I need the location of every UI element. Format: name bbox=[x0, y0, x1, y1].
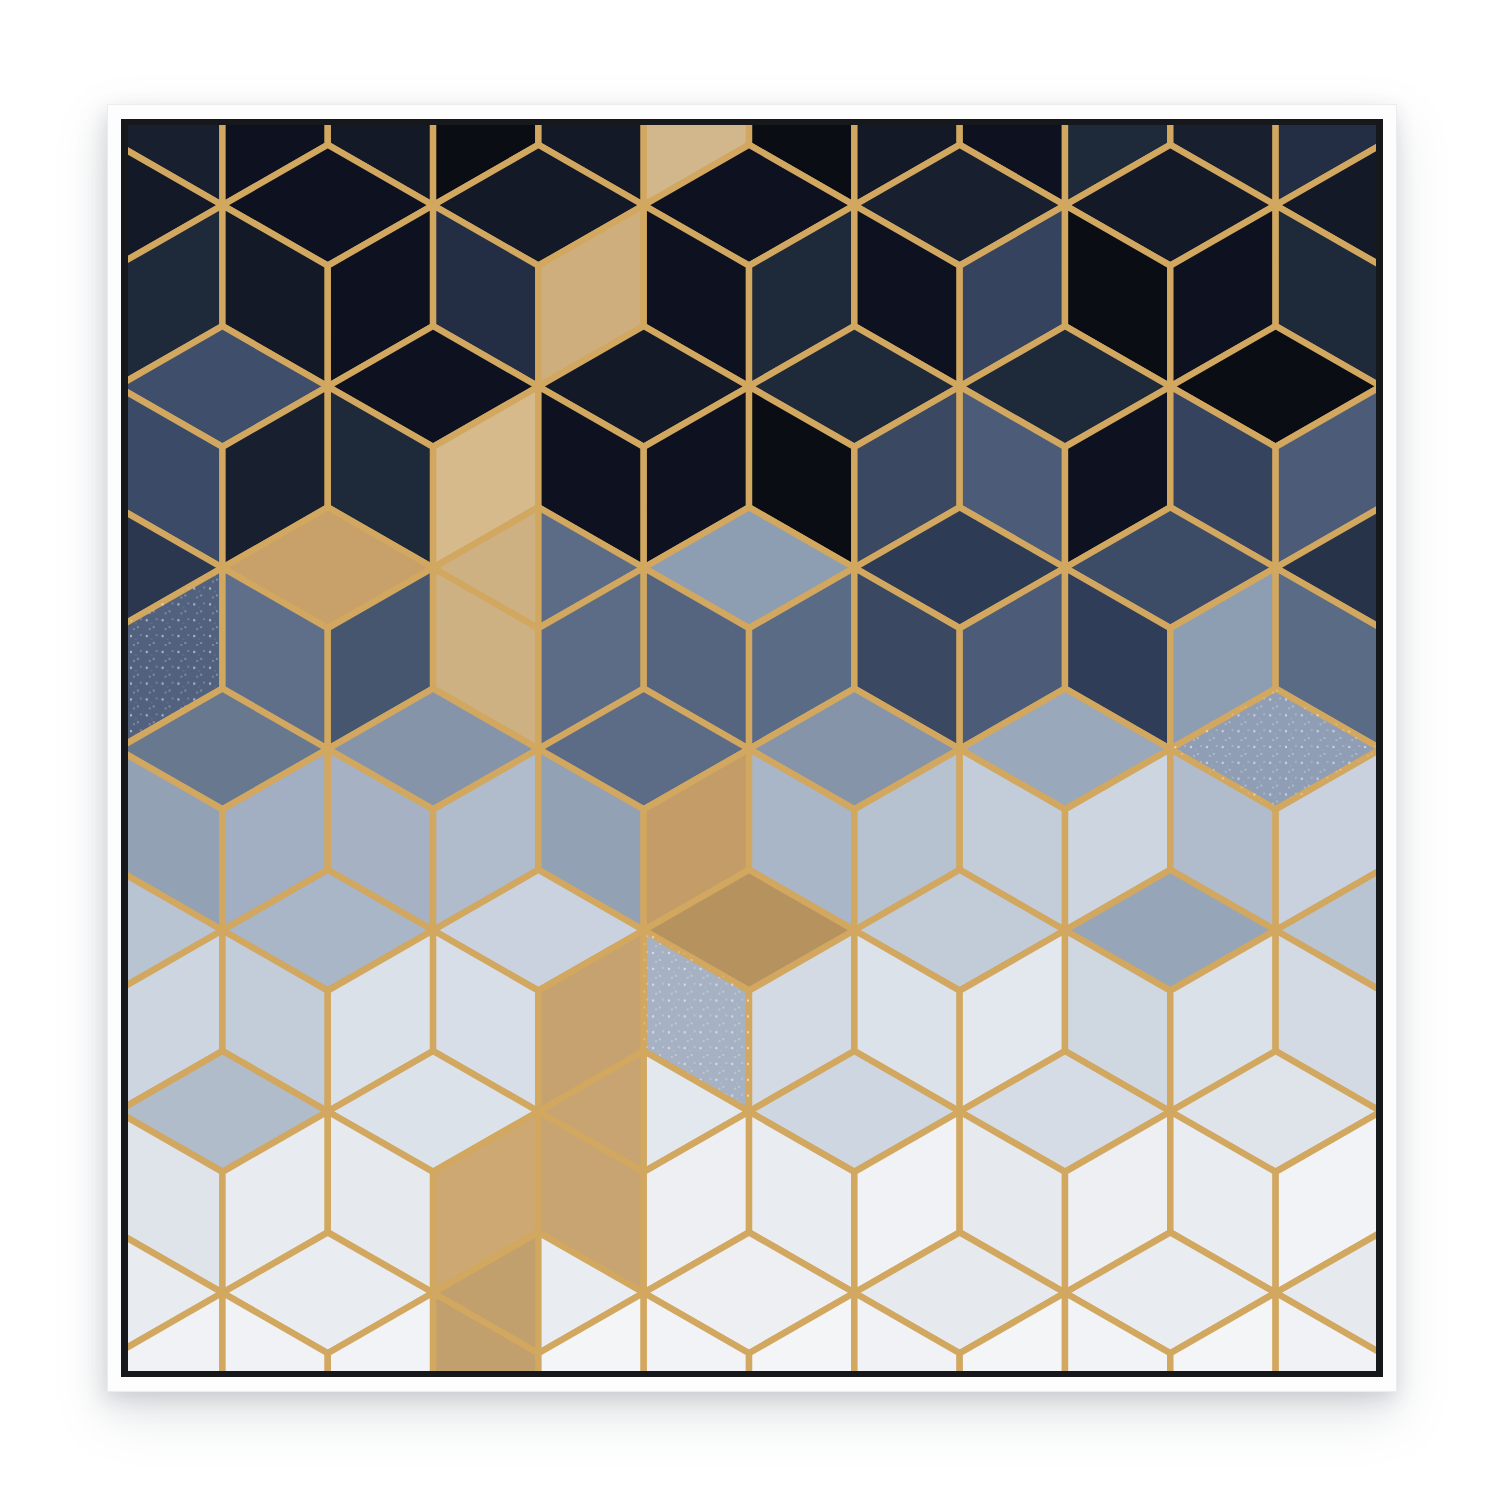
artwork-canvas bbox=[128, 125, 1376, 1371]
frame-black-lip bbox=[121, 119, 1383, 1377]
art-frame bbox=[107, 104, 1397, 1392]
cube-lattice bbox=[128, 125, 1376, 1371]
wall-background: { "game": "tumbling-blocks-isometric-cub… bbox=[0, 0, 1500, 1500]
artwork-canvas-area bbox=[128, 125, 1376, 1371]
